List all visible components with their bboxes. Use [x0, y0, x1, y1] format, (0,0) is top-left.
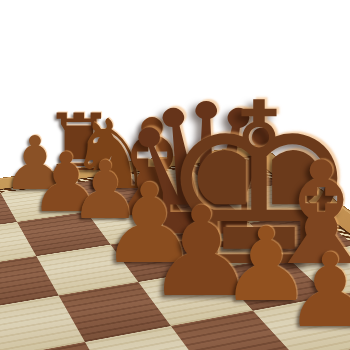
piece-layer: ♜♟♞♟♝♟♛♚♝♟♟♟♟	[0, 0, 350, 350]
chess-set-photo: ♜♟♞♟♝♟♛♚♝♟♟♟♟	[0, 0, 350, 350]
piece-pawn-12[interactable]: ♟	[284, 240, 350, 342]
